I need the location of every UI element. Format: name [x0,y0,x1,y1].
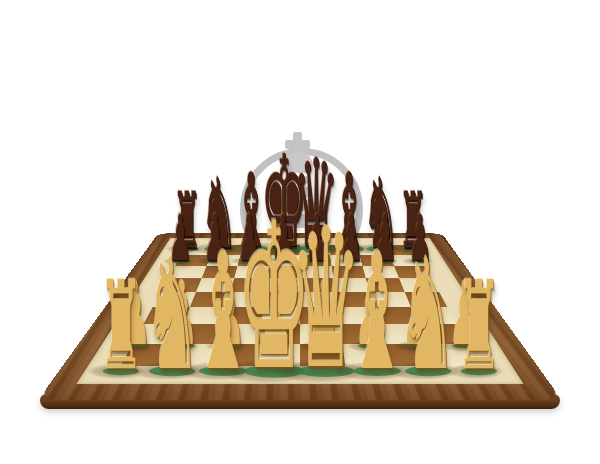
piece-white-bishop-f1: ♝ [347,251,407,372]
piece-white-rook-h1: ♜ [456,281,501,373]
piece-white-knight-g1: ♞ [399,257,456,373]
product-photo: ♜♞♝♚♛♝♞♜♟♟♟♟♟♟♟♟♟♟♟♟♟♟♟♟♜♞♝♚♛♝♞♜ [0,0,600,464]
piece-white-rook-a1: ♜ [98,281,143,373]
